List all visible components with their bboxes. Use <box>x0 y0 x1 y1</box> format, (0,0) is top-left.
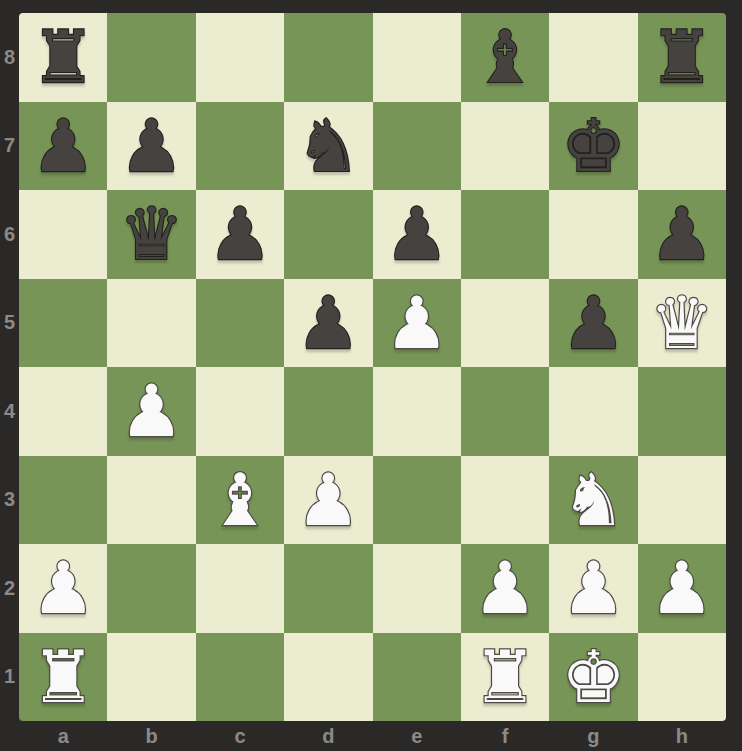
square-a5[interactable] <box>19 279 107 368</box>
square-c4[interactable] <box>196 367 284 456</box>
square-e5[interactable]: ♟ <box>373 279 461 368</box>
square-g4[interactable] <box>549 367 637 456</box>
square-a4[interactable] <box>19 367 107 456</box>
file-label-e: e <box>373 721 461 751</box>
piece-white-pawn[interactable]: ♟ <box>561 544 626 632</box>
piece-white-pawn[interactable]: ♟ <box>296 456 361 544</box>
square-f7[interactable] <box>461 102 549 191</box>
square-b2[interactable] <box>107 544 195 633</box>
square-b6[interactable]: ♛ <box>107 190 195 279</box>
square-c5[interactable] <box>196 279 284 368</box>
file-label-h: h <box>638 721 726 751</box>
square-b4[interactable]: ♟ <box>107 367 195 456</box>
piece-black-rook[interactable]: ♜ <box>31 13 96 101</box>
piece-black-rook[interactable]: ♜ <box>650 13 715 101</box>
file-label-c: c <box>196 721 284 751</box>
square-g5[interactable]: ♟ <box>549 279 637 368</box>
square-f3[interactable] <box>461 456 549 545</box>
piece-black-pawn[interactable]: ♟ <box>208 190 273 278</box>
square-e4[interactable] <box>373 367 461 456</box>
square-d6[interactable] <box>284 190 372 279</box>
square-e2[interactable] <box>373 544 461 633</box>
square-e8[interactable] <box>373 13 461 102</box>
square-h6[interactable]: ♟ <box>638 190 726 279</box>
square-b8[interactable] <box>107 13 195 102</box>
square-g3[interactable]: ♞ <box>549 456 637 545</box>
square-d8[interactable] <box>284 13 372 102</box>
square-b3[interactable] <box>107 456 195 545</box>
square-a2[interactable]: ♟ <box>19 544 107 633</box>
square-c1[interactable] <box>196 633 284 722</box>
square-c3[interactable]: ♝ <box>196 456 284 545</box>
square-h3[interactable] <box>638 456 726 545</box>
piece-black-pawn[interactable]: ♟ <box>119 102 184 190</box>
square-f4[interactable] <box>461 367 549 456</box>
piece-black-pawn[interactable]: ♟ <box>31 102 96 190</box>
file-label-f: f <box>461 721 549 751</box>
piece-black-bishop[interactable]: ♝ <box>473 13 538 101</box>
square-d3[interactable]: ♟ <box>284 456 372 545</box>
piece-black-pawn[interactable]: ♟ <box>384 190 449 278</box>
square-a7[interactable]: ♟ <box>19 102 107 191</box>
square-h8[interactable]: ♜ <box>638 13 726 102</box>
piece-white-bishop[interactable]: ♝ <box>208 456 273 544</box>
square-c2[interactable] <box>196 544 284 633</box>
piece-black-pawn[interactable]: ♟ <box>650 190 715 278</box>
piece-white-pawn[interactable]: ♟ <box>473 544 538 632</box>
board-frame: ♜♝♜♟♟♞♚♛♟♟♟♟♟♟♛♟♝♟♞♟♟♟♟♜♜♚ 87654321 abcd… <box>0 0 742 751</box>
square-d4[interactable] <box>284 367 372 456</box>
square-c7[interactable] <box>196 102 284 191</box>
piece-black-pawn[interactable]: ♟ <box>561 279 626 367</box>
board: ♜♝♜♟♟♞♚♛♟♟♟♟♟♟♛♟♝♟♞♟♟♟♟♜♜♚ <box>19 13 726 721</box>
rank-label-5: 5 <box>0 279 19 368</box>
square-a3[interactable] <box>19 456 107 545</box>
square-e3[interactable] <box>373 456 461 545</box>
piece-black-knight[interactable]: ♞ <box>296 102 361 190</box>
square-g2[interactable]: ♟ <box>549 544 637 633</box>
file-label-b: b <box>107 721 195 751</box>
piece-white-king[interactable]: ♚ <box>561 633 626 721</box>
square-a8[interactable]: ♜ <box>19 13 107 102</box>
square-g6[interactable] <box>549 190 637 279</box>
square-c6[interactable]: ♟ <box>196 190 284 279</box>
square-a1[interactable]: ♜ <box>19 633 107 722</box>
rank-label-1: 1 <box>0 633 19 722</box>
piece-black-queen[interactable]: ♛ <box>119 190 184 278</box>
file-label-g: g <box>549 721 637 751</box>
square-f6[interactable] <box>461 190 549 279</box>
square-b7[interactable]: ♟ <box>107 102 195 191</box>
square-g7[interactable]: ♚ <box>549 102 637 191</box>
square-h7[interactable] <box>638 102 726 191</box>
piece-white-pawn[interactable]: ♟ <box>384 279 449 367</box>
square-f1[interactable]: ♜ <box>461 633 549 722</box>
square-e6[interactable]: ♟ <box>373 190 461 279</box>
rank-label-2: 2 <box>0 544 19 633</box>
square-d5[interactable]: ♟ <box>284 279 372 368</box>
square-g1[interactable]: ♚ <box>549 633 637 722</box>
square-f5[interactable] <box>461 279 549 368</box>
square-h5[interactable]: ♛ <box>638 279 726 368</box>
piece-black-pawn[interactable]: ♟ <box>296 279 361 367</box>
piece-white-rook[interactable]: ♜ <box>31 633 96 721</box>
square-h1[interactable] <box>638 633 726 722</box>
piece-black-king[interactable]: ♚ <box>561 102 626 190</box>
file-label-d: d <box>284 721 372 751</box>
square-e1[interactable] <box>373 633 461 722</box>
square-h2[interactable]: ♟ <box>638 544 726 633</box>
piece-white-pawn[interactable]: ♟ <box>119 367 184 455</box>
square-f8[interactable]: ♝ <box>461 13 549 102</box>
piece-white-queen[interactable]: ♛ <box>650 279 715 367</box>
square-d2[interactable] <box>284 544 372 633</box>
square-f2[interactable]: ♟ <box>461 544 549 633</box>
square-c8[interactable] <box>196 13 284 102</box>
piece-white-rook[interactable]: ♜ <box>473 633 538 721</box>
square-g8[interactable] <box>549 13 637 102</box>
file-label-a: a <box>19 721 107 751</box>
square-h4[interactable] <box>638 367 726 456</box>
piece-white-knight[interactable]: ♞ <box>561 456 626 544</box>
rank-label-7: 7 <box>0 102 19 191</box>
rank-label-6: 6 <box>0 190 19 279</box>
square-b5[interactable] <box>107 279 195 368</box>
square-e7[interactable] <box>373 102 461 191</box>
rank-label-8: 8 <box>0 13 19 102</box>
square-b1[interactable] <box>107 633 195 722</box>
rank-label-3: 3 <box>0 456 19 545</box>
piece-white-pawn[interactable]: ♟ <box>31 544 96 632</box>
piece-white-pawn[interactable]: ♟ <box>650 544 715 632</box>
square-a6[interactable] <box>19 190 107 279</box>
rank-label-4: 4 <box>0 367 19 456</box>
square-d7[interactable]: ♞ <box>284 102 372 191</box>
square-d1[interactable] <box>284 633 372 722</box>
